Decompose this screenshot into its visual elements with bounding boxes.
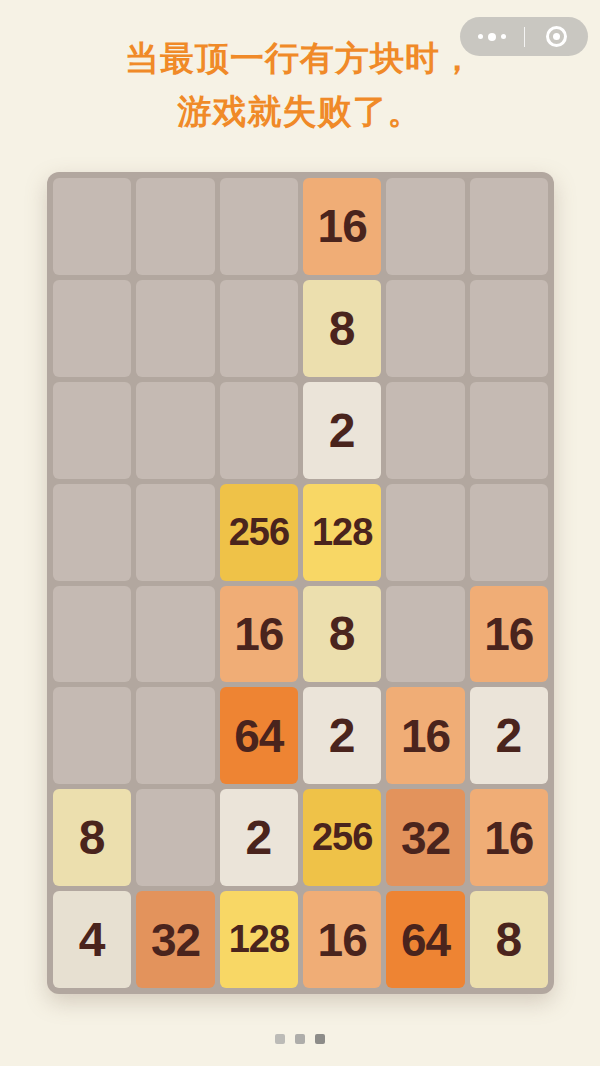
empty-cell-r2c5: [386, 280, 464, 377]
empty-cell-r1c3: [220, 178, 298, 275]
empty-cell-r5c5: [386, 586, 464, 683]
empty-cell-r3c1: [53, 382, 131, 479]
empty-cell-r3c3: [220, 382, 298, 479]
empty-cell-r2c6: [470, 280, 548, 377]
empty-cell-r4c2: [136, 484, 214, 581]
tile-64-r6c3: 64: [220, 687, 298, 784]
tile-32-r8c2: 32: [136, 891, 214, 988]
empty-cell-r1c6: [470, 178, 548, 275]
empty-cell-r3c5: [386, 382, 464, 479]
empty-cell-r6c1: [53, 687, 131, 784]
tile-64-r8c5: 64: [386, 891, 464, 988]
empty-cell-r1c5: [386, 178, 464, 275]
tile-16-r1c4: 16: [303, 178, 381, 275]
tile-128-r8c3: 128: [220, 891, 298, 988]
empty-cell-r2c2: [136, 280, 214, 377]
empty-cell-r6c2: [136, 687, 214, 784]
tile-128-r4c4: 128: [303, 484, 381, 581]
empty-cell-r1c2: [136, 178, 214, 275]
tile-2-r6c6: 2: [470, 687, 548, 784]
empty-cell-r4c5: [386, 484, 464, 581]
title-line-2: 游戏就失败了。: [0, 85, 600, 138]
empty-cell-r2c3: [220, 280, 298, 377]
page-indicator-dot: [275, 1034, 285, 1044]
game-board[interactable]: 1682256128168166421628225632164321281664…: [47, 172, 554, 994]
tile-256-r7c4: 256: [303, 789, 381, 886]
tile-8-r5c4: 8: [303, 586, 381, 683]
empty-cell-r5c2: [136, 586, 214, 683]
tile-16-r7c6: 16: [470, 789, 548, 886]
tile-16-r5c3: 16: [220, 586, 298, 683]
tile-8-r8c6: 8: [470, 891, 548, 988]
exit-button[interactable]: [525, 17, 589, 56]
page-indicator: [0, 1034, 600, 1044]
more-button[interactable]: [460, 17, 524, 56]
wechat-capsule: [460, 17, 588, 56]
tile-32-r7c5: 32: [386, 789, 464, 886]
empty-cell-r2c1: [53, 280, 131, 377]
page-indicator-dot-active: [315, 1034, 325, 1044]
empty-cell-r3c2: [136, 382, 214, 479]
empty-cell-r4c6: [470, 484, 548, 581]
tile-2-r3c4: 2: [303, 382, 381, 479]
tile-16-r6c5: 16: [386, 687, 464, 784]
tile-4-r8c1: 4: [53, 891, 131, 988]
tile-8-r7c1: 8: [53, 789, 131, 886]
empty-cell-r5c1: [53, 586, 131, 683]
empty-cell-r1c1: [53, 178, 131, 275]
tile-16-r8c4: 16: [303, 891, 381, 988]
tile-2-r7c3: 2: [220, 789, 298, 886]
page-indicator-dot: [295, 1034, 305, 1044]
tile-16-r5c6: 16: [470, 586, 548, 683]
empty-cell-r4c1: [53, 484, 131, 581]
tile-8-r2c4: 8: [303, 280, 381, 377]
empty-cell-r3c6: [470, 382, 548, 479]
more-dots-icon: [478, 33, 506, 41]
empty-cell-r7c2: [136, 789, 214, 886]
tile-256-r4c3: 256: [220, 484, 298, 581]
circle-target-icon: [546, 26, 567, 47]
tile-2-r6c4: 2: [303, 687, 381, 784]
